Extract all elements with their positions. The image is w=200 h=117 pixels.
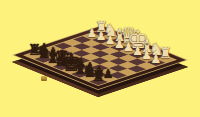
black-rook[interactable]: ♜ [92,69,105,84]
pieces-layer: ♜♟♞♟♝♟♛♟♚♟♝♟♟♜♞♟♟♞♜♟♟♝♟♛♟♚♟♝♟♞♟♜ [0,0,200,117]
white-pawn[interactable]: ♟ [150,52,161,64]
chess-set-photo: ♜♟♞♟♝♟♛♟♚♟♝♟♟♜♞♟♟♞♜♟♟♝♟♛♟♚♟♝♟♞♟♜ [0,0,200,117]
brass-hinge-icon [41,76,47,81]
